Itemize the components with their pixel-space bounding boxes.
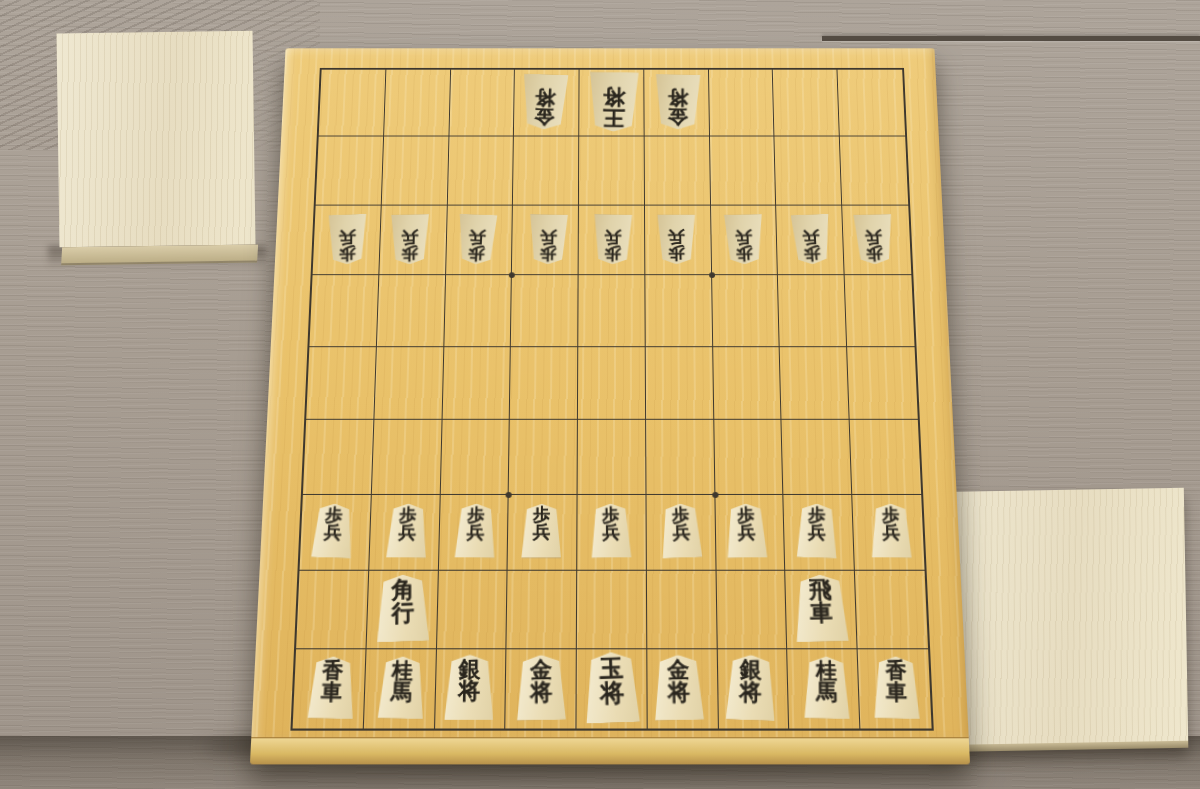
kanji: 兵: [402, 229, 419, 245]
piece-gote-pawn[interactable]: 歩兵: [851, 214, 897, 265]
square-8d[interactable]: [377, 275, 446, 346]
piece-gote-pawn[interactable]: 歩兵: [788, 213, 834, 264]
kanji: 兵: [398, 524, 416, 541]
square-6i[interactable]: 金将: [506, 649, 577, 729]
kanji: 歩: [736, 245, 753, 261]
square-8f[interactable]: [372, 420, 443, 495]
piece-gote-king[interactable]: 王将: [586, 71, 643, 131]
kanji: 車: [321, 681, 343, 702]
kanji: 金: [668, 107, 688, 126]
kanji: 兵: [469, 229, 486, 245]
piece-gote-pawn[interactable]: 歩兵: [388, 214, 432, 265]
square-3e[interactable]: [713, 347, 782, 420]
square-4a[interactable]: 金将: [644, 70, 710, 137]
komadai-left: [57, 31, 256, 248]
piece-sente-pawn[interactable]: 歩兵: [723, 504, 770, 559]
square-3d[interactable]: [712, 275, 780, 346]
piece-sente-pawn[interactable]: 歩兵: [519, 504, 564, 558]
kanji: 将: [600, 680, 625, 705]
square-4d[interactable]: [645, 275, 713, 346]
kanji: 将: [603, 87, 625, 108]
square-6h[interactable]: [507, 571, 578, 649]
kanji: 将: [739, 680, 761, 703]
board-face: 金将王将金将歩兵歩兵歩兵歩兵歩兵歩兵歩兵歩兵歩兵歩兵歩兵歩兵歩兵歩兵歩兵歩兵歩兵…: [251, 48, 968, 737]
square-9a[interactable]: [319, 70, 386, 137]
piece-gote-pawn[interactable]: 歩兵: [326, 213, 369, 264]
square-1i[interactable]: 香車: [858, 649, 932, 729]
square-6c[interactable]: 歩兵: [512, 205, 579, 275]
square-7c[interactable]: 歩兵: [446, 205, 514, 275]
kanji: 馬: [391, 681, 413, 702]
square-3b[interactable]: [710, 137, 777, 206]
kanji: 将: [668, 88, 688, 107]
piece-sente-pawn[interactable]: 歩兵: [589, 504, 635, 559]
square-7i[interactable]: 銀将: [435, 649, 507, 729]
square-7f[interactable]: [440, 420, 510, 495]
square-4g[interactable]: 歩兵: [646, 495, 716, 571]
square-5e[interactable]: [578, 347, 646, 420]
piece-sente-rook[interactable]: 飛車: [790, 574, 852, 642]
kanji: 兵: [735, 229, 752, 245]
kanji: 将: [458, 681, 480, 703]
square-3i[interactable]: 銀将: [717, 649, 789, 729]
kanji: 歩: [668, 245, 685, 261]
star-point: [509, 273, 515, 279]
square-9e[interactable]: [306, 347, 376, 420]
square-7b[interactable]: [447, 137, 514, 206]
square-6d[interactable]: [511, 275, 579, 346]
star-point: [709, 273, 715, 279]
floor-plank-seam: [822, 36, 1200, 41]
square-3a[interactable]: [709, 70, 775, 137]
square-1d[interactable]: [845, 275, 915, 346]
square-9f[interactable]: [303, 420, 374, 495]
kanji: 兵: [738, 524, 756, 541]
kanji: 金: [534, 107, 555, 126]
piece-sente-king[interactable]: 玉将: [581, 651, 644, 724]
square-8b[interactable]: [381, 137, 449, 206]
kanji: 行: [392, 601, 415, 624]
square-4f[interactable]: [646, 420, 715, 495]
square-9h[interactable]: [296, 571, 369, 649]
square-2a[interactable]: [773, 70, 840, 137]
square-8c[interactable]: 歩兵: [379, 205, 447, 275]
kanji: 玉: [600, 656, 625, 681]
square-2i[interactable]: 桂馬: [788, 649, 861, 729]
piece-sente-pawn[interactable]: 歩兵: [658, 503, 705, 559]
square-5c[interactable]: 歩兵: [579, 205, 646, 275]
kanji: 兵: [865, 229, 882, 245]
piece-sente-pawn[interactable]: 歩兵: [868, 504, 914, 559]
square-6f[interactable]: [509, 420, 578, 495]
board-grid: 金将王将金将歩兵歩兵歩兵歩兵歩兵歩兵歩兵歩兵歩兵歩兵歩兵歩兵歩兵歩兵歩兵歩兵歩兵…: [290, 68, 933, 731]
kanji: 兵: [540, 229, 557, 245]
piece-gote-pawn[interactable]: 歩兵: [591, 214, 635, 265]
square-8i[interactable]: 桂馬: [364, 649, 437, 729]
kanji: 銀: [740, 659, 762, 682]
square-7a[interactable]: [449, 70, 515, 137]
square-2d[interactable]: [778, 275, 847, 346]
square-1g[interactable]: 歩兵: [852, 495, 924, 571]
square-2f[interactable]: [782, 420, 853, 495]
kanji: 歩: [866, 245, 884, 261]
square-3c[interactable]: 歩兵: [711, 205, 779, 275]
square-8g[interactable]: 歩兵: [369, 495, 440, 571]
piece-sente-pawn[interactable]: 歩兵: [384, 504, 431, 559]
square-9i[interactable]: 香車: [293, 649, 367, 729]
square-6g[interactable]: 歩兵: [508, 495, 578, 571]
square-2b[interactable]: [775, 137, 843, 206]
kanji: 歩: [605, 245, 622, 261]
piece-sente-bishop[interactable]: 角行: [374, 573, 433, 642]
kanji: 兵: [466, 524, 484, 541]
kanji: 車: [809, 601, 833, 624]
square-7e[interactable]: [442, 347, 511, 420]
kanji: 金: [667, 659, 689, 681]
piece-sente-silver[interactable]: 銀将: [722, 654, 778, 721]
square-7d[interactable]: [444, 275, 512, 346]
square-6b[interactable]: [513, 137, 579, 206]
kanji: 兵: [802, 229, 820, 245]
square-7h[interactable]: [437, 571, 508, 649]
square-6e[interactable]: [510, 347, 578, 420]
kanji: 王: [603, 107, 625, 128]
square-5i[interactable]: 玉将: [577, 649, 648, 729]
square-7g[interactable]: 歩兵: [438, 495, 509, 571]
piece-gote-gold[interactable]: 金将: [652, 74, 703, 130]
kanji: 歩: [539, 245, 556, 261]
photo-scene: 金将王将金将歩兵歩兵歩兵歩兵歩兵歩兵歩兵歩兵歩兵歩兵歩兵歩兵歩兵歩兵歩兵歩兵歩兵…: [0, 0, 1200, 789]
piece-sente-gold[interactable]: 金将: [513, 654, 569, 720]
square-5h[interactable]: [577, 571, 647, 649]
kanji: 兵: [339, 229, 356, 245]
kanji: 将: [530, 681, 552, 703]
piece-sente-silver[interactable]: 銀将: [441, 655, 497, 720]
square-5f[interactable]: [578, 420, 647, 495]
kanji: 角: [392, 578, 415, 601]
piece-sente-knight[interactable]: 桂馬: [375, 656, 429, 719]
square-1a[interactable]: [838, 70, 906, 137]
square-3f[interactable]: [714, 420, 784, 495]
piece-sente-pawn[interactable]: 歩兵: [309, 503, 358, 559]
piece-sente-pawn[interactable]: 歩兵: [794, 503, 839, 559]
square-5g[interactable]: 歩兵: [577, 495, 646, 571]
square-3h[interactable]: [716, 571, 787, 649]
piece-sente-pawn[interactable]: 歩兵: [452, 504, 499, 559]
star-point: [712, 492, 718, 498]
square-2g[interactable]: 歩兵: [784, 495, 855, 571]
star-point: [506, 492, 512, 498]
square-1e[interactable]: [847, 347, 918, 420]
square-3g[interactable]: 歩兵: [715, 495, 786, 571]
kanji: 兵: [668, 230, 685, 246]
square-4h[interactable]: [647, 571, 718, 649]
kanji: 兵: [882, 524, 900, 541]
kanji: 兵: [605, 229, 622, 245]
square-2e[interactable]: [780, 347, 850, 420]
square-5a[interactable]: 王将: [579, 70, 644, 137]
square-1f[interactable]: [850, 420, 921, 495]
kanji: 兵: [324, 524, 343, 542]
kanji: 歩: [401, 245, 418, 261]
kanji: 銀: [459, 659, 481, 681]
piece-gote-pawn[interactable]: 歩兵: [655, 214, 698, 264]
square-8e[interactable]: [374, 347, 444, 420]
piece-gote-pawn[interactable]: 歩兵: [526, 214, 570, 265]
piece-sente-lance[interactable]: 香車: [870, 656, 922, 719]
square-4i[interactable]: 金将: [647, 649, 718, 729]
square-1h[interactable]: [855, 571, 928, 649]
square-6a[interactable]: 金将: [514, 70, 579, 137]
kanji: 歩: [803, 245, 821, 261]
kanji: 兵: [808, 524, 825, 542]
kanji: 飛: [808, 578, 832, 601]
piece-sente-knight[interactable]: 桂馬: [801, 656, 853, 719]
piece-gote-pawn[interactable]: 歩兵: [454, 213, 500, 264]
square-8a[interactable]: [384, 70, 451, 137]
square-5d[interactable]: [578, 275, 645, 346]
kanji: 歩: [339, 245, 356, 261]
kanji: 兵: [603, 524, 621, 541]
kanji: 将: [534, 88, 555, 107]
square-9d[interactable]: [309, 275, 379, 346]
kanji: 兵: [673, 524, 691, 542]
piece-gote-gold[interactable]: 金将: [518, 73, 571, 130]
square-1b[interactable]: [840, 137, 908, 206]
square-9g[interactable]: 歩兵: [300, 495, 372, 571]
kanji: 将: [668, 681, 690, 703]
square-2h[interactable]: 飛車: [786, 571, 858, 649]
kanji: 金: [530, 659, 552, 681]
square-5b[interactable]: [579, 137, 645, 206]
kanji: 兵: [533, 524, 550, 541]
kanji: 車: [886, 681, 907, 702]
square-9c[interactable]: 歩兵: [313, 205, 382, 275]
shogi-board: 金将王将金将歩兵歩兵歩兵歩兵歩兵歩兵歩兵歩兵歩兵歩兵歩兵歩兵歩兵歩兵歩兵歩兵歩兵…: [250, 48, 970, 763]
square-9b[interactable]: [316, 137, 384, 206]
square-1c[interactable]: 歩兵: [842, 205, 911, 275]
piece-sente-gold[interactable]: 金将: [651, 654, 708, 720]
kanji: 馬: [816, 681, 837, 702]
piece-sente-lance[interactable]: 香車: [305, 656, 359, 719]
square-2c[interactable]: 歩兵: [777, 205, 845, 275]
square-4c[interactable]: 歩兵: [645, 205, 712, 275]
square-4e[interactable]: [646, 347, 714, 420]
board-side-edge: [250, 737, 970, 764]
square-4b[interactable]: [644, 137, 710, 206]
square-8h[interactable]: 角行: [366, 571, 438, 649]
piece-gote-pawn[interactable]: 歩兵: [721, 214, 766, 265]
